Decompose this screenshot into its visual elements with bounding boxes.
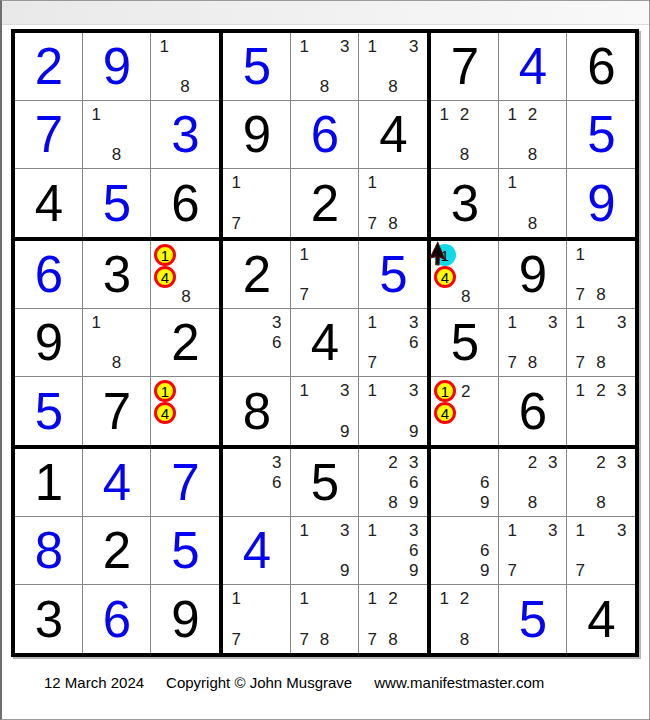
pencil-marks: 124 [434, 380, 495, 442]
candidate-8[interactable]: 8 [176, 288, 196, 305]
cell-r1c4[interactable]: 5 [223, 33, 291, 101]
pencil-marks: 178 [294, 588, 355, 650]
candidate-1[interactable]: 1 [226, 172, 246, 193]
cell-r1c5[interactable]: 138 [291, 33, 359, 101]
yellow-highlighted-candidate-1[interactable]: 1 [154, 380, 176, 402]
candidate-7[interactable]: 7 [226, 629, 246, 650]
candidate-8[interactable]: 8 [456, 288, 476, 305]
cell-r9c4[interactable]: 17 [223, 585, 291, 653]
given-digit: 6 [519, 386, 546, 437]
given-digit: 2 [171, 317, 198, 368]
candidate-1[interactable]: 1 [362, 588, 383, 609]
candidate-9[interactable]: 9 [403, 561, 424, 581]
candidate-7[interactable]: 7 [294, 629, 314, 650]
given-digit: 4 [35, 178, 62, 229]
cell-r1c6[interactable]: 138 [359, 33, 427, 101]
candidate-2[interactable]: 2 [456, 380, 476, 402]
cell-r7c7[interactable]: 69 [431, 449, 499, 517]
cell-r2c4[interactable]: 9 [223, 101, 291, 169]
candidate-7[interactable]: 7 [362, 353, 383, 373]
cyan-highlighted-candidate-1[interactable]: 1 [434, 244, 456, 266]
cell-r8c4[interactable]: 4 [223, 517, 291, 585]
pencil-marks: 137 [502, 520, 563, 581]
given-digit: 9 [243, 109, 270, 160]
yellow-highlighted-candidate-1[interactable]: 1 [154, 244, 176, 266]
pencil-marks: 178 [362, 172, 424, 234]
candidate-3[interactable]: 3 [543, 520, 563, 540]
yellow-highlighted-candidate-4[interactable]: 4 [434, 402, 456, 424]
pencil-marks: 18 [154, 36, 216, 97]
cell-r4c1[interactable]: 6 [15, 241, 83, 309]
cell-r2c5[interactable]: 6 [291, 101, 359, 169]
cell-r9c7[interactable]: 128 [431, 585, 499, 653]
given-digit: 4 [379, 109, 406, 160]
candidate-9[interactable]: 9 [475, 561, 495, 581]
candidate-1[interactable]: 1 [226, 588, 246, 609]
candidate-8[interactable]: 8 [106, 145, 126, 165]
pencil-marks: 178 [570, 244, 632, 305]
candidate-8[interactable]: 8 [454, 145, 474, 165]
given-digit: 1 [35, 457, 62, 508]
cell-r2c1[interactable]: 7 [15, 101, 83, 169]
cell-r4c4[interactable]: 2 [223, 241, 291, 309]
entered-digit: 5 [35, 386, 62, 437]
pencil-marks: 14 [154, 380, 216, 442]
entered-digit: 5 [519, 594, 546, 645]
pencil-marks: 238 [570, 452, 632, 513]
given-digit: 3 [103, 249, 130, 300]
cell-r8c1[interactable]: 8 [15, 517, 83, 585]
cell-r3c2[interactable]: 5 [83, 169, 151, 237]
candidate-9[interactable]: 9 [403, 493, 424, 513]
candidate-2[interactable]: 2 [522, 104, 542, 124]
box-1: 29187183456 [15, 33, 219, 237]
candidate-3[interactable]: 3 [543, 312, 563, 332]
box-6: 14891785137813781246123 [431, 241, 635, 445]
cell-r2c3[interactable]: 3 [151, 101, 219, 169]
cell-r8c8[interactable]: 137 [499, 517, 567, 585]
candidate-8[interactable]: 8 [522, 145, 542, 165]
footer-website-link[interactable]: www.manifestmaster.com [374, 674, 544, 691]
given-digit: 5 [311, 457, 338, 508]
cell-r5c8[interactable]: 1378 [499, 309, 567, 377]
pencil-marks: 18 [86, 104, 147, 165]
cell-r4c9[interactable]: 178 [567, 241, 635, 309]
candidate-3[interactable]: 3 [611, 452, 632, 472]
candidate-7[interactable]: 7 [570, 285, 591, 305]
cell-r1c8[interactable]: 4 [499, 33, 567, 101]
pencil-marks: 69 [434, 520, 495, 581]
cell-r8c7[interactable]: 69 [431, 517, 499, 585]
cell-r4c2[interactable]: 3 [83, 241, 151, 309]
cell-r6c3[interactable]: 14 [151, 377, 219, 445]
candidate-8[interactable]: 8 [522, 353, 542, 373]
pencil-marks: 128 [434, 588, 495, 650]
candidate-1[interactable]: 1 [86, 104, 106, 124]
pencil-marks: 138 [294, 36, 355, 97]
cell-r3c5[interactable]: 2 [291, 169, 359, 237]
candidate-6[interactable]: 6 [475, 472, 495, 492]
yellow-highlighted-candidate-4[interactable]: 4 [154, 402, 176, 424]
yellow-highlighted-candidate-4[interactable]: 4 [154, 266, 176, 288]
cell-r4c6[interactable]: 5 [359, 241, 427, 309]
candidate-1[interactable]: 1 [294, 36, 314, 56]
candidate-6[interactable]: 6 [475, 540, 495, 560]
candidate-7[interactable]: 7 [362, 629, 383, 650]
box-7: 147825369 [15, 449, 219, 653]
yellow-highlighted-candidate-1[interactable]: 1 [434, 380, 456, 402]
cell-r7c5[interactable]: 5 [291, 449, 359, 517]
entered-digit: 4 [103, 457, 130, 508]
cell-r9c8[interactable]: 5 [499, 585, 567, 653]
box-8: 3652368941391369171781278 [223, 449, 427, 653]
cell-r4c7[interactable]: 148 [431, 241, 499, 309]
cell-r9c3[interactable]: 9 [151, 585, 219, 653]
candidate-3[interactable]: 3 [403, 312, 424, 332]
cell-r1c3[interactable]: 18 [151, 33, 219, 101]
cell-r9c2[interactable]: 6 [83, 585, 151, 653]
candidate-1[interactable]: 1 [570, 312, 591, 332]
cell-r8c6[interactable]: 1369 [359, 517, 427, 585]
pencil-marks: 1278 [362, 588, 424, 650]
pencil-marks: 1378 [502, 312, 563, 373]
pencil-marks: 139 [294, 380, 355, 442]
candidate-1[interactable]: 1 [570, 380, 591, 401]
cell-r6c4[interactable]: 8 [223, 377, 291, 445]
candidate-8[interactable]: 8 [383, 629, 404, 650]
cell-r9c5[interactable]: 178 [291, 585, 359, 653]
candidate-8[interactable]: 8 [383, 493, 404, 513]
entered-digit: 5 [243, 41, 270, 92]
entered-digit: 2 [35, 41, 62, 92]
given-digit: 4 [587, 594, 614, 645]
cell-r2c8[interactable]: 128 [499, 101, 567, 169]
candidate-3[interactable]: 3 [611, 520, 632, 540]
pencil-marks: 69 [434, 452, 495, 513]
given-digit: 2 [311, 178, 338, 229]
cell-r1c1[interactable]: 2 [15, 33, 83, 101]
cell-r6c2[interactable]: 7 [83, 377, 151, 445]
pencil-marks: 17 [226, 588, 287, 650]
candidate-3[interactable]: 3 [403, 520, 424, 540]
candidate-8[interactable]: 8 [591, 493, 612, 513]
candidate-8[interactable]: 8 [454, 629, 474, 650]
candidate-1[interactable]: 1 [362, 520, 383, 540]
candidate-1[interactable]: 1 [294, 520, 314, 540]
cell-r4c3[interactable]: 148 [151, 241, 219, 309]
cell-r5c9[interactable]: 1378 [567, 309, 635, 377]
pencil-marks: 23689 [362, 452, 424, 513]
entered-digit: 8 [35, 525, 62, 576]
cell-r9c6[interactable]: 1278 [359, 585, 427, 653]
candidate-1[interactable]: 1 [294, 588, 314, 609]
candidate-1[interactable]: 1 [362, 312, 383, 332]
cell-r7c8[interactable]: 238 [499, 449, 567, 517]
cell-r7c1[interactable]: 1 [15, 449, 83, 517]
cell-r6c8[interactable]: 6 [499, 377, 567, 445]
cell-r6c5[interactable]: 139 [291, 377, 359, 445]
candidate-2[interactable]: 2 [522, 452, 542, 472]
box-5: 217536413678139139 [223, 241, 427, 445]
candidate-3[interactable]: 3 [543, 452, 563, 472]
given-digit: 2 [243, 249, 270, 300]
candidate-9[interactable]: 9 [335, 421, 355, 442]
candidate-1[interactable]: 1 [570, 244, 591, 264]
entered-digit: 5 [379, 249, 406, 300]
cell-r7c4[interactable]: 36 [223, 449, 291, 517]
given-digit: 3 [451, 178, 478, 229]
pencil-marks: 36 [226, 452, 287, 513]
cell-r7c9[interactable]: 238 [567, 449, 635, 517]
candidate-3[interactable]: 3 [335, 380, 355, 401]
candidate-8[interactable]: 8 [383, 213, 404, 234]
candidate-7[interactable]: 7 [362, 213, 383, 234]
candidate-6[interactable]: 6 [403, 540, 424, 560]
candidate-9[interactable]: 9 [403, 421, 424, 442]
given-digit: 9 [171, 594, 198, 645]
box-2: 5138138964172178 [223, 33, 427, 237]
pencil-marks: 18 [86, 312, 147, 373]
candidate-3[interactable]: 3 [403, 452, 424, 472]
candidate-6[interactable]: 6 [267, 332, 287, 352]
candidate-1[interactable]: 1 [502, 520, 522, 540]
cell-r8c2[interactable]: 2 [83, 517, 151, 585]
given-digit: 6 [587, 41, 614, 92]
given-digit: 7 [103, 386, 130, 437]
candidate-3[interactable]: 3 [267, 452, 287, 472]
cell-r5c7[interactable]: 5 [431, 309, 499, 377]
pencil-marks: 17 [226, 172, 287, 234]
cell-r2c2[interactable]: 18 [83, 101, 151, 169]
cell-r3c8[interactable]: 18 [499, 169, 567, 237]
candidate-3[interactable]: 3 [335, 36, 355, 56]
candidate-7[interactable]: 7 [570, 353, 591, 373]
cell-r2c6[interactable]: 4 [359, 101, 427, 169]
entered-digit: 9 [587, 178, 614, 229]
cell-r8c9[interactable]: 137 [567, 517, 635, 585]
box-3: 74612812853189 [431, 33, 635, 237]
pencil-marks: 148 [434, 244, 495, 305]
cell-r9c9[interactable]: 4 [567, 585, 635, 653]
cell-r1c7[interactable]: 7 [431, 33, 499, 101]
candidate-7[interactable]: 7 [570, 561, 591, 581]
candidate-1[interactable]: 1 [570, 520, 591, 540]
given-digit: 6 [171, 178, 198, 229]
cell-r1c2[interactable]: 9 [83, 33, 151, 101]
pencil-marks: 1367 [362, 312, 424, 373]
candidate-3[interactable]: 3 [403, 36, 424, 56]
candidate-8[interactable]: 8 [522, 493, 542, 513]
entered-digit: 6 [103, 594, 130, 645]
sudoku-grid: 2918718345651381389641721787461281285318… [11, 29, 639, 657]
cell-r2c9[interactable]: 5 [567, 101, 635, 169]
cell-r3c9[interactable]: 9 [567, 169, 635, 237]
cell-r1c9[interactable]: 6 [567, 33, 635, 101]
pencil-marks: 17 [294, 244, 355, 305]
entered-digit: 7 [35, 109, 62, 160]
pencil-marks: 36 [226, 312, 287, 373]
candidate-1[interactable]: 1 [362, 36, 383, 56]
candidate-8[interactable]: 8 [106, 353, 126, 373]
cell-r7c3[interactable]: 7 [151, 449, 219, 517]
cell-r7c2[interactable]: 4 [83, 449, 151, 517]
pencil-marks: 123 [570, 380, 632, 442]
yellow-highlighted-candidate-4[interactable]: 4 [434, 266, 456, 288]
cell-r6c7[interactable]: 124 [431, 377, 499, 445]
footer: 12 March 2024Copyright © John Musgraveww… [44, 674, 566, 691]
pencil-marks: 137 [570, 520, 632, 581]
cell-r6c9[interactable]: 123 [567, 377, 635, 445]
box-9: 692382386913713712854 [431, 449, 635, 653]
candidate-8[interactable]: 8 [314, 77, 334, 97]
candidate-8[interactable]: 8 [175, 77, 196, 97]
pencil-marks: 128 [502, 104, 563, 165]
cell-r4c5[interactable]: 17 [291, 241, 359, 309]
candidate-3[interactable]: 3 [267, 312, 287, 332]
candidate-8[interactable]: 8 [314, 629, 334, 650]
candidate-8[interactable]: 8 [383, 77, 404, 97]
pencil-marks: 148 [154, 244, 216, 305]
cell-r5c6[interactable]: 1367 [359, 309, 427, 377]
candidate-2[interactable]: 2 [383, 452, 404, 472]
pencil-marks: 238 [502, 452, 563, 513]
candidate-1[interactable]: 1 [294, 380, 314, 401]
cell-r5c1[interactable]: 9 [15, 309, 83, 377]
candidate-1[interactable]: 1 [154, 36, 175, 56]
given-digit: 5 [451, 317, 478, 368]
candidate-2[interactable]: 2 [591, 452, 612, 472]
pencil-marks: 138 [362, 36, 424, 97]
given-digit: 2 [103, 525, 130, 576]
given-digit: 4 [311, 317, 338, 368]
given-digit: 3 [35, 594, 62, 645]
candidate-2[interactable]: 2 [383, 588, 404, 609]
candidate-1[interactable]: 1 [502, 104, 522, 124]
entered-digit: 6 [35, 249, 62, 300]
entered-digit: 5 [587, 109, 614, 160]
candidate-1[interactable]: 1 [434, 104, 454, 124]
cell-r4c8[interactable]: 9 [499, 241, 567, 309]
page: 2918718345651381389641721787461281285318… [0, 0, 650, 720]
entered-digit: 9 [103, 41, 130, 92]
cell-r5c5[interactable]: 4 [291, 309, 359, 377]
candidate-3[interactable]: 3 [611, 312, 632, 332]
candidate-9[interactable]: 9 [475, 493, 495, 513]
candidate-8[interactable]: 8 [591, 353, 612, 373]
footer-date: 12 March 2024 [44, 674, 144, 691]
cell-r3c7[interactable]: 3 [431, 169, 499, 237]
candidate-3[interactable]: 3 [335, 520, 355, 540]
given-digit: 9 [35, 317, 62, 368]
candidate-8[interactable]: 8 [591, 285, 612, 305]
candidate-1[interactable]: 1 [362, 380, 383, 401]
candidate-2[interactable]: 2 [591, 380, 612, 401]
entered-digit: 6 [311, 109, 338, 160]
cell-r3c4[interactable]: 17 [223, 169, 291, 237]
candidate-6[interactable]: 6 [403, 472, 424, 492]
cell-r3c3[interactable]: 6 [151, 169, 219, 237]
candidate-1[interactable]: 1 [502, 312, 522, 332]
candidate-9[interactable]: 9 [335, 561, 355, 581]
candidate-1[interactable]: 1 [86, 312, 106, 332]
cell-r5c3[interactable]: 2 [151, 309, 219, 377]
candidate-1[interactable]: 1 [362, 172, 383, 193]
entered-digit: 5 [103, 178, 130, 229]
cell-r2c7[interactable]: 128 [431, 101, 499, 169]
candidate-2[interactable]: 2 [454, 104, 474, 124]
candidate-1[interactable]: 1 [434, 588, 454, 609]
footer-copyright: Copyright © John Musgrave [166, 674, 352, 691]
entered-digit: 5 [171, 525, 198, 576]
cell-r9c1[interactable]: 3 [15, 585, 83, 653]
pencil-marks: 139 [294, 520, 355, 581]
candidate-7[interactable]: 7 [502, 353, 522, 373]
cell-r5c2[interactable]: 18 [83, 309, 151, 377]
entered-digit: 4 [519, 41, 546, 92]
candidate-7[interactable]: 7 [502, 561, 522, 581]
candidate-2[interactable]: 2 [454, 588, 474, 609]
cell-r6c6[interactable]: 139 [359, 377, 427, 445]
cell-r7c6[interactable]: 23689 [359, 449, 427, 517]
cell-r5c4[interactable]: 36 [223, 309, 291, 377]
candidate-6[interactable]: 6 [403, 332, 424, 352]
cell-r8c5[interactable]: 139 [291, 517, 359, 585]
pencil-marks: 1369 [362, 520, 424, 581]
pencil-marks: 139 [362, 380, 424, 442]
cell-r3c1[interactable]: 4 [15, 169, 83, 237]
cell-r6c1[interactable]: 5 [15, 377, 83, 445]
given-digit: 9 [519, 249, 546, 300]
candidate-1[interactable]: 1 [502, 172, 522, 193]
candidate-3[interactable]: 3 [611, 380, 632, 401]
cell-r8c3[interactable]: 5 [151, 517, 219, 585]
candidate-7[interactable]: 7 [294, 285, 314, 305]
pencil-marks: 1378 [570, 312, 632, 373]
entered-digit: 4 [243, 525, 270, 576]
candidate-7[interactable]: 7 [226, 213, 246, 234]
entered-digit: 3 [171, 109, 198, 160]
candidate-6[interactable]: 6 [267, 472, 287, 492]
pencil-marks: 18 [502, 172, 563, 234]
pencil-marks: 128 [434, 104, 495, 165]
entered-digit: 7 [171, 457, 198, 508]
cell-r3c6[interactable]: 178 [359, 169, 427, 237]
box-4: 6314891825714 [15, 241, 219, 445]
candidate-1[interactable]: 1 [294, 244, 314, 264]
candidate-3[interactable]: 3 [403, 380, 424, 401]
top-bar [2, 1, 649, 25]
candidate-8[interactable]: 8 [522, 213, 542, 234]
given-digit: 8 [243, 386, 270, 437]
given-digit: 7 [451, 41, 478, 92]
